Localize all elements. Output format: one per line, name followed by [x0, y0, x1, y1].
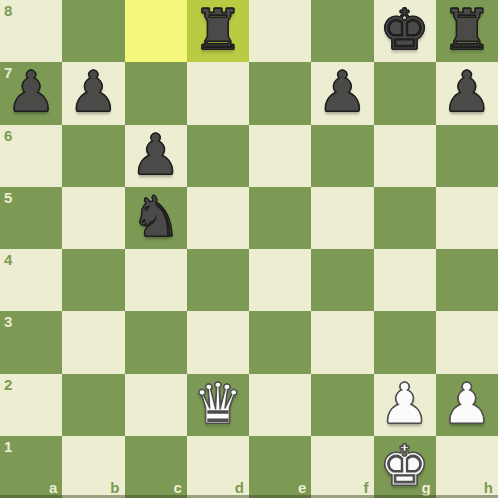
square-e4[interactable] [249, 249, 311, 311]
square-h6[interactable] [436, 125, 498, 187]
square-e1[interactable]: e [249, 436, 311, 498]
square-d1[interactable]: d [187, 436, 249, 498]
file-label-e: e [298, 480, 306, 495]
square-h2[interactable]: ♟ [436, 374, 498, 436]
white-pawn-icon[interactable]: ♟ [442, 376, 492, 432]
square-d2[interactable]: ♛ [187, 374, 249, 436]
square-f6[interactable] [311, 125, 373, 187]
rank-label-1: 1 [4, 439, 12, 454]
black-king-icon[interactable]: ♚ [380, 2, 430, 58]
file-label-h: h [484, 480, 493, 495]
square-e7[interactable] [249, 62, 311, 124]
square-a3[interactable]: 3 [0, 311, 62, 373]
black-pawn-icon[interactable]: ♟ [442, 64, 492, 120]
square-g1[interactable]: g♚ [374, 436, 436, 498]
square-f4[interactable] [311, 249, 373, 311]
black-rook-icon[interactable]: ♜ [442, 2, 492, 58]
rank-label-4: 4 [4, 252, 12, 267]
square-b4[interactable] [62, 249, 124, 311]
square-g4[interactable] [374, 249, 436, 311]
square-f3[interactable] [311, 311, 373, 373]
black-pawn-icon[interactable]: ♟ [6, 64, 56, 120]
file-label-d: d [235, 480, 244, 495]
square-e3[interactable] [249, 311, 311, 373]
square-d3[interactable] [187, 311, 249, 373]
file-label-a: a [49, 480, 57, 495]
square-c6[interactable]: ♟ [125, 125, 187, 187]
square-e8[interactable] [249, 0, 311, 62]
square-e5[interactable] [249, 187, 311, 249]
square-e6[interactable] [249, 125, 311, 187]
square-f7[interactable]: ♟ [311, 62, 373, 124]
white-pawn-icon[interactable]: ♟ [380, 376, 430, 432]
white-queen-icon[interactable]: ♛ [193, 376, 243, 432]
square-c4[interactable] [125, 249, 187, 311]
square-h8[interactable]: ♜ [436, 0, 498, 62]
rank-label-8: 8 [4, 3, 12, 18]
square-d5[interactable] [187, 187, 249, 249]
square-d6[interactable] [187, 125, 249, 187]
square-c8[interactable] [125, 0, 187, 62]
square-b7[interactable]: ♟ [62, 62, 124, 124]
square-h1[interactable]: h [436, 436, 498, 498]
rank-label-2: 2 [4, 377, 12, 392]
black-pawn-icon[interactable]: ♟ [68, 64, 118, 120]
black-pawn-icon[interactable]: ♟ [131, 127, 181, 183]
black-knight-icon[interactable]: ♞ [131, 189, 181, 245]
square-a2[interactable]: 2 [0, 374, 62, 436]
square-b5[interactable] [62, 187, 124, 249]
square-b2[interactable] [62, 374, 124, 436]
square-f1[interactable]: f [311, 436, 373, 498]
square-b3[interactable] [62, 311, 124, 373]
square-g2[interactable]: ♟ [374, 374, 436, 436]
file-label-b: b [110, 480, 119, 495]
file-label-f: f [364, 480, 369, 495]
square-b6[interactable] [62, 125, 124, 187]
square-f2[interactable] [311, 374, 373, 436]
square-c3[interactable] [125, 311, 187, 373]
square-b8[interactable] [62, 0, 124, 62]
square-b1[interactable]: b [62, 436, 124, 498]
square-g8[interactable]: ♚ [374, 0, 436, 62]
square-d8[interactable]: ♜ [187, 0, 249, 62]
black-pawn-icon[interactable]: ♟ [317, 64, 367, 120]
square-e2[interactable] [249, 374, 311, 436]
square-a6[interactable]: 6 [0, 125, 62, 187]
square-g6[interactable] [374, 125, 436, 187]
square-h3[interactable] [436, 311, 498, 373]
rank-label-3: 3 [4, 314, 12, 329]
black-rook-icon[interactable]: ♜ [193, 2, 243, 58]
square-c2[interactable] [125, 374, 187, 436]
square-f8[interactable] [311, 0, 373, 62]
square-h4[interactable] [436, 249, 498, 311]
square-d7[interactable] [187, 62, 249, 124]
square-g7[interactable] [374, 62, 436, 124]
square-h7[interactable]: ♟ [436, 62, 498, 124]
rank-label-6: 6 [4, 128, 12, 143]
rank-label-5: 5 [4, 190, 12, 205]
file-label-c: c [173, 480, 181, 495]
square-a1[interactable]: 1a [0, 436, 62, 498]
square-c7[interactable] [125, 62, 187, 124]
chess-board: 8♜♚♜7♟♟♟♟6♟5♞432♛♟♟1abcdefg♚h [0, 0, 498, 498]
square-a7[interactable]: 7♟ [0, 62, 62, 124]
square-a8[interactable]: 8 [0, 0, 62, 62]
square-g5[interactable] [374, 187, 436, 249]
square-d4[interactable] [187, 249, 249, 311]
square-a4[interactable]: 4 [0, 249, 62, 311]
white-king-icon[interactable]: ♚ [380, 438, 430, 494]
square-c1[interactable]: c [125, 436, 187, 498]
square-c5[interactable]: ♞ [125, 187, 187, 249]
square-a5[interactable]: 5 [0, 187, 62, 249]
square-g3[interactable] [374, 311, 436, 373]
square-f5[interactable] [311, 187, 373, 249]
square-h5[interactable] [436, 187, 498, 249]
